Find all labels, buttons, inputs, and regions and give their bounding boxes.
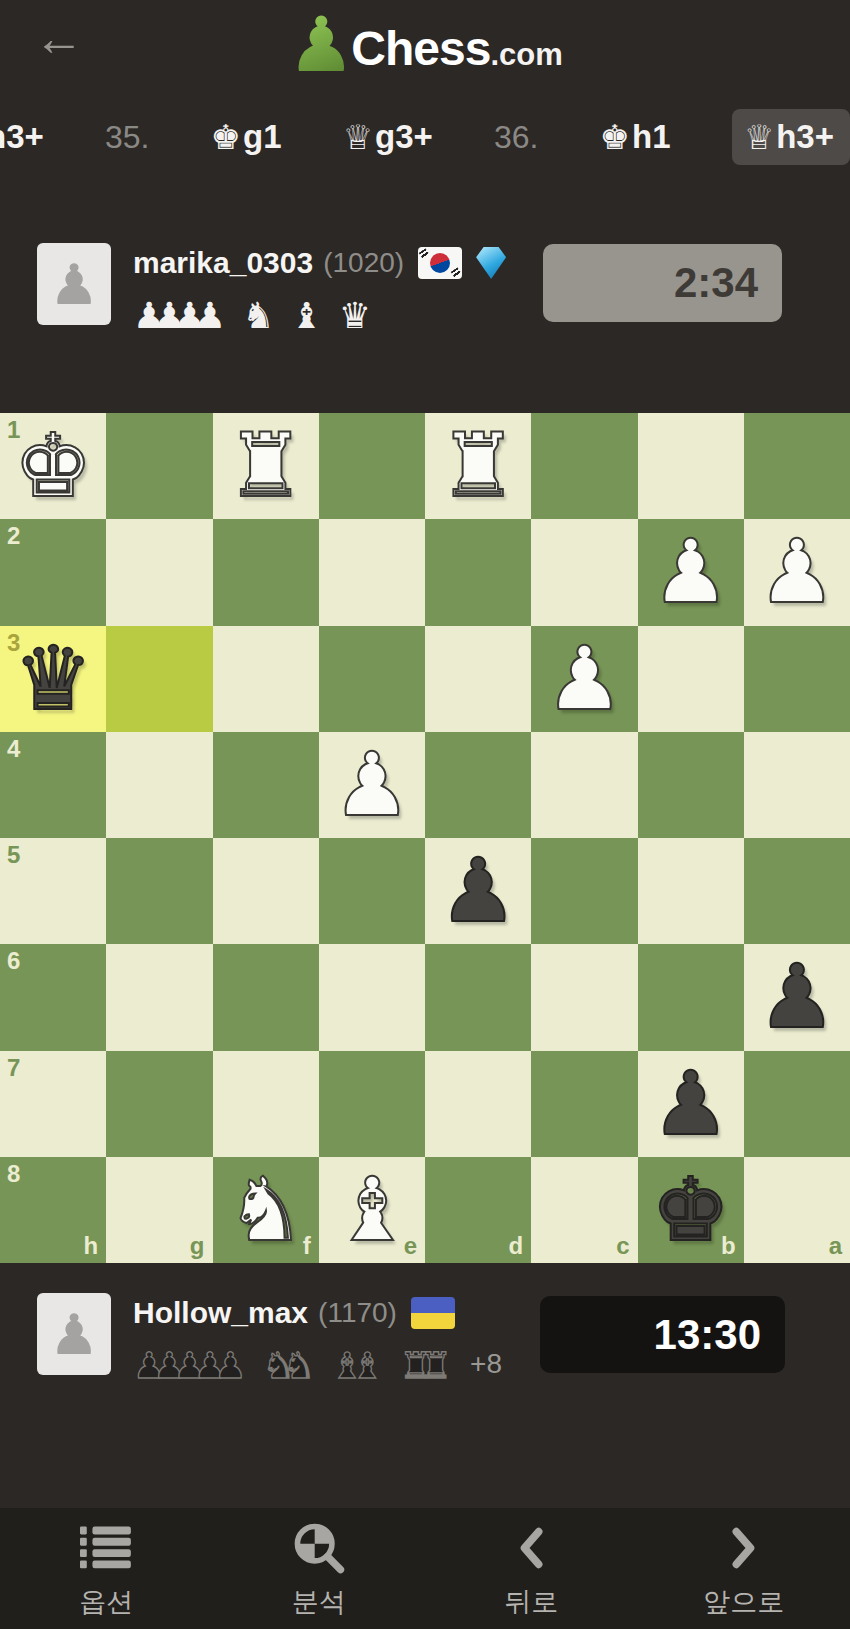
captured-group: ♝ (290, 298, 322, 334)
square-f4[interactable] (213, 732, 319, 838)
move-san[interactable]: ♕g3+ (343, 117, 433, 157)
black-pawn: ♟ (757, 953, 836, 1041)
captured-group: ♜♜ (400, 1348, 453, 1384)
ukraine-flag-icon (411, 1297, 455, 1329)
logo-suffix-text: .com (490, 37, 562, 73)
move-number: 36. (494, 119, 538, 156)
chevron-right-icon (724, 1522, 764, 1574)
captured-group: ♛ (339, 298, 371, 334)
logo-pawn-icon: ♟ (287, 7, 355, 83)
square-b2[interactable]: ♟ (638, 519, 744, 625)
square-b1[interactable] (638, 413, 744, 519)
square-f1[interactable]: ♜ (213, 413, 319, 519)
square-c8[interactable]: c (531, 1157, 637, 1263)
square-e4[interactable]: ♟ (319, 732, 425, 838)
square-d4[interactable] (425, 732, 531, 838)
white-knight: ♞ (226, 1166, 305, 1254)
square-a4[interactable] (744, 732, 850, 838)
bottom-nav-bar: 옵션분석뒤로앞으로 (0, 1508, 850, 1629)
square-c1[interactable] (531, 413, 637, 519)
square-e1[interactable] (319, 413, 425, 519)
file-label: b (721, 1232, 736, 1260)
square-f7[interactable] (213, 1051, 319, 1157)
square-a2[interactable]: ♟ (744, 519, 850, 625)
file-label: a (829, 1232, 842, 1260)
file-label: c (616, 1232, 629, 1260)
move-piece-icon: ♕ (343, 117, 373, 157)
captured-group: ♟♟♟♟ (133, 298, 226, 334)
black-pawn: ♟ (439, 847, 518, 935)
player-rating-top: (1020) (323, 247, 404, 279)
square-g7[interactable] (106, 1051, 212, 1157)
square-d5[interactable]: ♟ (425, 838, 531, 944)
move-san[interactable]: h3+ (0, 118, 44, 156)
white-pawn: ♟ (545, 635, 624, 723)
square-h2[interactable]: 2 (0, 519, 106, 625)
clock-bottom: 13:30 (540, 1296, 785, 1373)
captured-group: ♟♟♟♟♟ (133, 1348, 246, 1384)
square-f6[interactable] (213, 944, 319, 1050)
square-g6[interactable] (106, 944, 212, 1050)
square-d6[interactable] (425, 944, 531, 1050)
white-rook: ♜ (226, 422, 305, 510)
player-row-bottom: ♟ Hollow_max (1170) ♟♟♟♟♟♞♞♝♝♜♜+8 13:30 (0, 1290, 850, 1440)
square-g1[interactable] (106, 413, 212, 519)
move-piece-icon: ♚ (211, 117, 241, 157)
captured-piece-icon: ♟ (214, 1348, 246, 1384)
square-h3[interactable]: ♛3 (0, 626, 106, 732)
square-d2[interactable] (425, 519, 531, 625)
square-e7[interactable] (319, 1051, 425, 1157)
black-pawn: ♟ (651, 1060, 730, 1148)
square-b7[interactable]: ♟ (638, 1051, 744, 1157)
square-d8[interactable]: d (425, 1157, 531, 1263)
square-h5[interactable]: 5 (0, 838, 106, 944)
square-c2[interactable] (531, 519, 637, 625)
square-b4[interactable] (638, 732, 744, 838)
chess-app: ← ♟ Chess .com h3+35.♚g1♕g3+36.♚h1♕h3+ ♟… (0, 0, 850, 1629)
white-pawn: ♟ (332, 741, 411, 829)
square-b8[interactable]: ♚b (638, 1157, 744, 1263)
rank-label: 8 (7, 1160, 20, 1188)
square-c6[interactable] (531, 944, 637, 1050)
rank-label: 3 (7, 629, 20, 657)
clock-top: 2:34 (543, 244, 782, 322)
square-a3[interactable] (744, 626, 850, 732)
square-e8[interactable]: ♝e (319, 1157, 425, 1263)
file-label: e (404, 1232, 417, 1260)
captured-group: ♞♞ (262, 1348, 315, 1384)
square-a7[interactable] (744, 1051, 850, 1157)
logo-brand-text: Chess (351, 21, 490, 76)
chesscom-logo: ♟ Chess .com (0, 0, 850, 96)
captured-pieces-bottom: ♟♟♟♟♟♞♞♝♝♜♜+8 (133, 1344, 502, 1384)
avatar-top[interactable]: ♟ (37, 243, 111, 325)
white-pawn: ♟ (757, 528, 836, 616)
nav-label-back: 뒤로 (504, 1584, 558, 1620)
move-san[interactable]: ♚h1 (600, 117, 671, 157)
square-d1[interactable]: ♜ (425, 413, 531, 519)
square-e3[interactable] (319, 626, 425, 732)
analysis-icon (291, 1522, 347, 1574)
black-king: ♚ (651, 1166, 730, 1254)
square-f3[interactable] (213, 626, 319, 732)
move-san[interactable]: ♚g1 (211, 117, 282, 157)
square-c5[interactable] (531, 838, 637, 944)
square-h7[interactable]: 7 (0, 1051, 106, 1157)
captured-group: ♝♝ (331, 1348, 384, 1384)
square-h1[interactable]: ♚1 (0, 413, 106, 519)
nav-label-forward: 앞으로 (703, 1584, 784, 1620)
captured-group: ♞ (242, 298, 274, 334)
move-piece-icon: ♚ (600, 117, 630, 157)
captured-piece-icon: ♝ (290, 298, 322, 334)
file-label: g (190, 1232, 205, 1260)
player-rating-bottom: (1170) (318, 1297, 397, 1329)
nav-item-options[interactable]: 옵션 (0, 1508, 213, 1629)
player-name-top[interactable]: marika_0303 (133, 246, 313, 280)
square-b5[interactable] (638, 838, 744, 944)
square-f8[interactable]: ♞f (213, 1157, 319, 1263)
nav-label-analysis: 분석 (292, 1584, 346, 1620)
black-queen: ♛ (14, 635, 93, 723)
captured-piece-icon: ♛ (339, 298, 371, 334)
captured-piece-icon: ♟ (194, 298, 226, 334)
move-piece-icon: ♕ (744, 117, 774, 157)
white-rook: ♜ (439, 422, 518, 510)
square-e2[interactable] (319, 519, 425, 625)
square-g8[interactable]: g (106, 1157, 212, 1263)
square-a1[interactable] (744, 413, 850, 519)
square-g3[interactable] (106, 626, 212, 732)
square-c4[interactable] (531, 732, 637, 838)
nav-item-analysis[interactable]: 분석 (213, 1508, 426, 1629)
list-icon (80, 1522, 132, 1574)
square-h6[interactable]: 6 (0, 944, 106, 1050)
square-a6[interactable]: ♟ (744, 944, 850, 1050)
diamond-membership-icon (476, 247, 506, 279)
rank-label: 1 (7, 416, 20, 444)
square-b3[interactable] (638, 626, 744, 732)
file-label: f (303, 1232, 311, 1260)
square-g4[interactable] (106, 732, 212, 838)
player-name-bottom[interactable]: Hollow_max (133, 1296, 308, 1330)
rank-label: 7 (7, 1054, 20, 1082)
chevron-left-icon (511, 1522, 551, 1574)
square-f5[interactable] (213, 838, 319, 944)
captured-piece-icon: ♞ (242, 298, 274, 334)
square-b6[interactable] (638, 944, 744, 1050)
nav-item-forward[interactable]: 앞으로 (638, 1508, 850, 1629)
file-label: d (509, 1232, 524, 1260)
rank-label: 2 (7, 522, 20, 550)
square-h4[interactable]: 4 (0, 732, 106, 838)
square-g5[interactable] (106, 838, 212, 944)
captured-pieces-top: ♟♟♟♟♞♝♛ (133, 294, 506, 334)
white-king: ♚ (14, 422, 93, 510)
move-san[interactable]: ♕h3+ (732, 109, 850, 165)
rank-label: 4 (7, 735, 20, 763)
rank-label: 5 (7, 841, 20, 869)
square-e6[interactable] (319, 944, 425, 1050)
move-number: 35. (105, 119, 149, 156)
white-bishop: ♝ (332, 1166, 411, 1254)
nav-label-options: 옵션 (79, 1584, 133, 1620)
player-row-top: ♟ marika_0303 (1020) ♟♟♟♟♞♝♛ 2:34 (0, 240, 850, 390)
south-korea-flag-icon (418, 247, 462, 279)
captured-piece-icon: ♝ (351, 1348, 383, 1384)
square-a8[interactable]: a (744, 1157, 850, 1263)
material-score: +8 (470, 1348, 502, 1384)
square-c7[interactable] (531, 1051, 637, 1157)
square-e5[interactable] (319, 838, 425, 944)
square-c3[interactable]: ♟ (531, 626, 637, 732)
captured-piece-icon: ♜ (420, 1348, 452, 1384)
square-f2[interactable] (213, 519, 319, 625)
file-label: h (84, 1232, 99, 1260)
nav-item-back[interactable]: 뒤로 (425, 1508, 638, 1629)
square-d7[interactable] (425, 1051, 531, 1157)
square-g2[interactable] (106, 519, 212, 625)
captured-piece-icon: ♞ (283, 1348, 315, 1384)
avatar-bottom[interactable]: ♟ (37, 1293, 111, 1375)
move-list-bar: h3+35.♚g1♕g3+36.♚h1♕h3+ (0, 104, 850, 170)
rank-label: 6 (7, 947, 20, 975)
chess-board: ♚1♜♜2♟♟♛3♟4♟5♟6♟7♟8hg♞f♝edc♚ba (0, 413, 850, 1263)
white-pawn: ♟ (651, 528, 730, 616)
square-h8[interactable]: 8h (0, 1157, 106, 1263)
square-a5[interactable] (744, 838, 850, 944)
square-d3[interactable] (425, 626, 531, 732)
